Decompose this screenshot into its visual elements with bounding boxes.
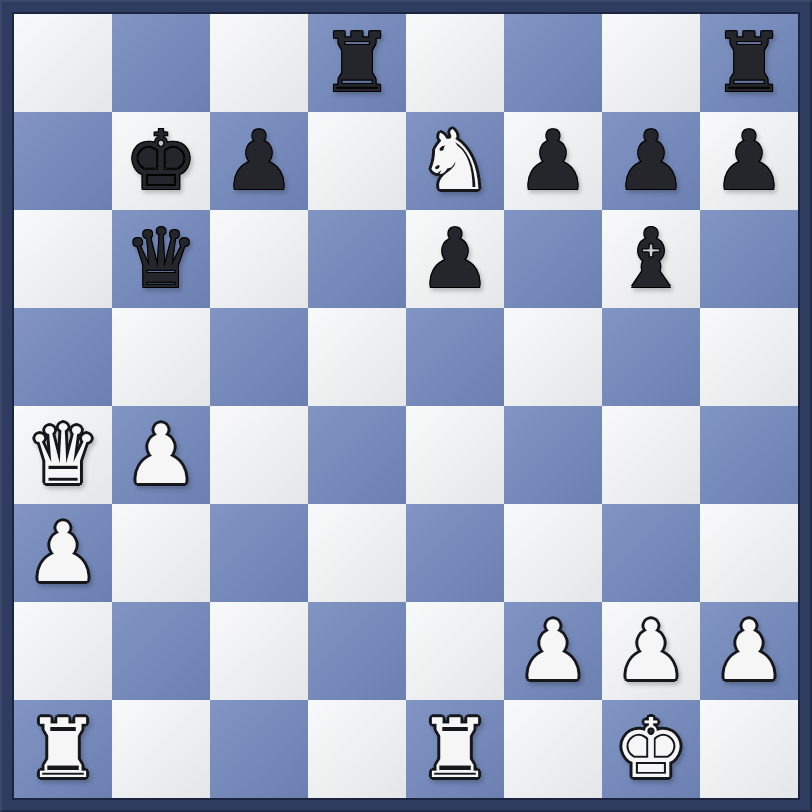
white-queen-piece[interactable]: ♛: [26, 414, 100, 496]
black-rook-piece[interactable]: ♜: [712, 22, 786, 104]
square-g1[interactable]: ♚: [602, 700, 700, 798]
black-king-piece[interactable]: ♚: [124, 120, 198, 202]
square-f4[interactable]: [504, 406, 602, 504]
square-f1[interactable]: [504, 700, 602, 798]
square-b5[interactable]: [112, 308, 210, 406]
square-d8[interactable]: ♜: [308, 14, 406, 112]
square-f8[interactable]: [504, 14, 602, 112]
square-h1[interactable]: [700, 700, 798, 798]
square-g8[interactable]: [602, 14, 700, 112]
square-d3[interactable]: [308, 504, 406, 602]
square-b1[interactable]: [112, 700, 210, 798]
black-pawn-piece[interactable]: ♟: [712, 120, 786, 202]
square-g3[interactable]: [602, 504, 700, 602]
square-a4[interactable]: ♛: [14, 406, 112, 504]
black-pawn-piece[interactable]: ♟: [222, 120, 296, 202]
square-a3[interactable]: ♟: [14, 504, 112, 602]
square-g5[interactable]: [602, 308, 700, 406]
square-h8[interactable]: ♜: [700, 14, 798, 112]
square-c5[interactable]: [210, 308, 308, 406]
square-c2[interactable]: [210, 602, 308, 700]
square-b6[interactable]: ♛: [112, 210, 210, 308]
square-h5[interactable]: [700, 308, 798, 406]
square-d7[interactable]: [308, 112, 406, 210]
square-c7[interactable]: ♟: [210, 112, 308, 210]
square-h6[interactable]: [700, 210, 798, 308]
square-b4[interactable]: ♟: [112, 406, 210, 504]
square-h4[interactable]: [700, 406, 798, 504]
square-e2[interactable]: [406, 602, 504, 700]
square-b2[interactable]: [112, 602, 210, 700]
black-queen-piece[interactable]: ♛: [124, 218, 198, 300]
square-b7[interactable]: ♚: [112, 112, 210, 210]
square-e1[interactable]: ♜: [406, 700, 504, 798]
white-rook-piece[interactable]: ♜: [418, 708, 492, 790]
square-d2[interactable]: [308, 602, 406, 700]
square-a5[interactable]: [14, 308, 112, 406]
white-pawn-piece[interactable]: ♟: [614, 610, 688, 692]
square-c1[interactable]: [210, 700, 308, 798]
square-f3[interactable]: [504, 504, 602, 602]
square-h7[interactable]: ♟: [700, 112, 798, 210]
black-bishop-piece[interactable]: ♝: [614, 218, 688, 300]
white-pawn-piece[interactable]: ♟: [26, 512, 100, 594]
square-a8[interactable]: [14, 14, 112, 112]
square-d4[interactable]: [308, 406, 406, 504]
square-f6[interactable]: [504, 210, 602, 308]
black-pawn-piece[interactable]: ♟: [418, 218, 492, 300]
white-knight-piece[interactable]: ♞: [418, 120, 492, 202]
square-e5[interactable]: [406, 308, 504, 406]
square-h3[interactable]: [700, 504, 798, 602]
square-a1[interactable]: ♜: [14, 700, 112, 798]
white-pawn-piece[interactable]: ♟: [124, 414, 198, 496]
square-h2[interactable]: ♟: [700, 602, 798, 700]
white-king-piece[interactable]: ♚: [614, 708, 688, 790]
black-pawn-piece[interactable]: ♟: [614, 120, 688, 202]
black-rook-piece[interactable]: ♜: [320, 22, 394, 104]
square-e6[interactable]: ♟: [406, 210, 504, 308]
board-frame: ♜♜♚♟♞♟♟♟♛♟♝♛♟♟♟♟♟♜♜♚: [0, 0, 812, 812]
white-rook-piece[interactable]: ♜: [26, 708, 100, 790]
square-f2[interactable]: ♟: [504, 602, 602, 700]
square-e8[interactable]: [406, 14, 504, 112]
square-c4[interactable]: [210, 406, 308, 504]
square-g6[interactable]: ♝: [602, 210, 700, 308]
square-a6[interactable]: [14, 210, 112, 308]
square-b3[interactable]: [112, 504, 210, 602]
square-a2[interactable]: [14, 602, 112, 700]
square-e7[interactable]: ♞: [406, 112, 504, 210]
chessboard: ♜♜♚♟♞♟♟♟♛♟♝♛♟♟♟♟♟♜♜♚: [14, 14, 798, 798]
square-f5[interactable]: [504, 308, 602, 406]
square-c3[interactable]: [210, 504, 308, 602]
square-g7[interactable]: ♟: [602, 112, 700, 210]
square-d6[interactable]: [308, 210, 406, 308]
square-e4[interactable]: [406, 406, 504, 504]
square-a7[interactable]: [14, 112, 112, 210]
square-d5[interactable]: [308, 308, 406, 406]
square-d1[interactable]: [308, 700, 406, 798]
white-pawn-piece[interactable]: ♟: [712, 610, 786, 692]
black-pawn-piece[interactable]: ♟: [516, 120, 590, 202]
white-pawn-piece[interactable]: ♟: [516, 610, 590, 692]
square-b8[interactable]: [112, 14, 210, 112]
square-f7[interactable]: ♟: [504, 112, 602, 210]
square-g4[interactable]: [602, 406, 700, 504]
square-g2[interactable]: ♟: [602, 602, 700, 700]
square-c8[interactable]: [210, 14, 308, 112]
square-e3[interactable]: [406, 504, 504, 602]
square-c6[interactable]: [210, 210, 308, 308]
